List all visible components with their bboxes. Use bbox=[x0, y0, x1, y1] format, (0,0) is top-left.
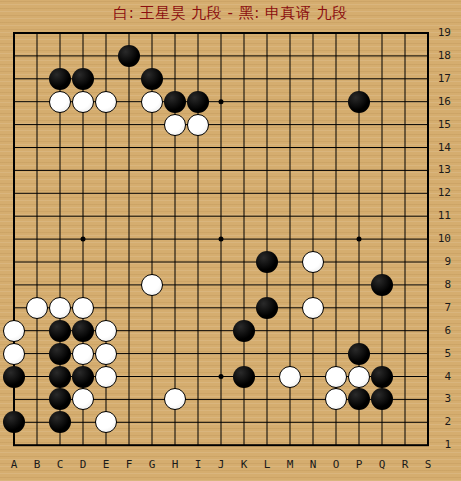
row-label: 1 bbox=[430, 438, 451, 452]
black-stone[interactable] bbox=[141, 68, 163, 90]
star-point bbox=[219, 237, 224, 242]
row-label: 5 bbox=[430, 347, 451, 361]
black-stone[interactable] bbox=[49, 343, 71, 365]
white-stone[interactable] bbox=[187, 114, 209, 136]
white-stone[interactable] bbox=[72, 91, 94, 113]
col-label: O bbox=[326, 458, 346, 471]
col-label: M bbox=[280, 458, 300, 471]
row-label: 4 bbox=[430, 370, 451, 384]
star-point bbox=[219, 99, 224, 104]
black-stone[interactable] bbox=[164, 91, 186, 113]
col-label: E bbox=[96, 458, 116, 471]
white-stone[interactable] bbox=[49, 91, 71, 113]
white-stone[interactable] bbox=[141, 274, 163, 296]
col-label: D bbox=[73, 458, 93, 471]
black-stone[interactable] bbox=[233, 366, 255, 388]
star-point bbox=[219, 374, 224, 379]
black-stone[interactable] bbox=[49, 68, 71, 90]
white-stone[interactable] bbox=[49, 297, 71, 319]
white-stone[interactable] bbox=[26, 297, 48, 319]
white-stone[interactable] bbox=[302, 297, 324, 319]
star-point bbox=[81, 237, 86, 242]
col-label: R bbox=[395, 458, 415, 471]
white-stone[interactable] bbox=[72, 297, 94, 319]
white-stone[interactable] bbox=[3, 320, 25, 342]
col-label: A bbox=[4, 458, 24, 471]
row-label: 13 bbox=[430, 163, 451, 177]
row-label: 11 bbox=[430, 209, 451, 223]
row-label: 10 bbox=[430, 232, 451, 246]
black-stone[interactable] bbox=[371, 274, 393, 296]
row-label: 16 bbox=[430, 95, 451, 109]
black-stone[interactable] bbox=[233, 320, 255, 342]
white-stone[interactable] bbox=[95, 91, 117, 113]
col-label: C bbox=[50, 458, 70, 471]
row-label: 8 bbox=[430, 278, 451, 292]
black-stone[interactable] bbox=[371, 366, 393, 388]
col-label: K bbox=[234, 458, 254, 471]
white-stone[interactable] bbox=[3, 343, 25, 365]
row-label: 12 bbox=[430, 186, 451, 200]
col-label: B bbox=[27, 458, 47, 471]
white-stone[interactable] bbox=[141, 91, 163, 113]
black-stone[interactable] bbox=[3, 366, 25, 388]
white-stone[interactable] bbox=[302, 251, 324, 273]
white-stone[interactable] bbox=[95, 366, 117, 388]
white-stone[interactable] bbox=[279, 366, 301, 388]
row-label: 2 bbox=[430, 415, 451, 429]
row-label: 19 bbox=[430, 26, 451, 40]
col-label: N bbox=[303, 458, 323, 471]
col-label: I bbox=[188, 458, 208, 471]
black-stone[interactable] bbox=[72, 68, 94, 90]
black-stone[interactable] bbox=[49, 366, 71, 388]
star-point bbox=[357, 237, 362, 242]
col-label: G bbox=[142, 458, 162, 471]
white-stone[interactable] bbox=[95, 343, 117, 365]
row-label: 3 bbox=[430, 392, 451, 406]
black-stone[interactable] bbox=[256, 251, 278, 273]
white-stone[interactable] bbox=[72, 343, 94, 365]
col-label: P bbox=[349, 458, 369, 471]
row-label: 6 bbox=[430, 324, 451, 338]
col-label: F bbox=[119, 458, 139, 471]
white-stone[interactable] bbox=[95, 320, 117, 342]
row-label: 9 bbox=[430, 255, 451, 269]
col-label: L bbox=[257, 458, 277, 471]
row-label: 7 bbox=[430, 301, 451, 315]
row-label: 17 bbox=[430, 72, 451, 86]
black-stone[interactable] bbox=[348, 91, 370, 113]
row-label: 15 bbox=[430, 118, 451, 132]
row-label: 14 bbox=[430, 141, 451, 155]
black-stone[interactable] bbox=[72, 366, 94, 388]
row-label: 18 bbox=[430, 49, 451, 63]
black-stone[interactable] bbox=[72, 320, 94, 342]
white-stone[interactable] bbox=[164, 114, 186, 136]
col-label: H bbox=[165, 458, 185, 471]
white-stone[interactable] bbox=[325, 366, 347, 388]
page: 白: 王星昊 九段 - 黑: 申真谞 九段 ABCDEFGHIJKLMNOPQR… bbox=[0, 0, 461, 481]
black-stone[interactable] bbox=[49, 320, 71, 342]
col-label: Q bbox=[372, 458, 392, 471]
black-stone[interactable] bbox=[348, 343, 370, 365]
white-stone[interactable] bbox=[348, 366, 370, 388]
go-board[interactable]: ABCDEFGHIJKLMNOPQRS191817161514131211109… bbox=[0, 0, 461, 481]
col-label: S bbox=[418, 458, 438, 471]
col-label: J bbox=[211, 458, 231, 471]
black-stone[interactable] bbox=[187, 91, 209, 113]
black-stone[interactable] bbox=[256, 297, 278, 319]
black-stone[interactable] bbox=[118, 45, 140, 67]
